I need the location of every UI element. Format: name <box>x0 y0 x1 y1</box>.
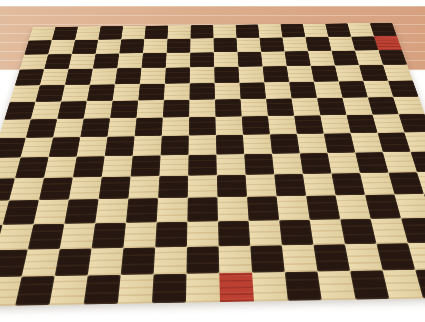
rug-square-cream <box>96 39 122 53</box>
rug-square-dark <box>155 222 187 248</box>
rug-square-dark <box>80 118 110 137</box>
rug-square-cream <box>162 117 189 136</box>
rug-square-dark <box>49 137 81 157</box>
rug-square-cream <box>272 153 303 174</box>
rug-square-cream <box>241 99 268 117</box>
rug-square-cream <box>215 116 242 135</box>
rug-square-red <box>374 36 402 50</box>
rug-square-cream <box>118 274 154 304</box>
rug-square-dark <box>165 68 190 84</box>
rug-square-dark <box>55 248 92 276</box>
rug-square-cream <box>69 177 102 200</box>
rug-square-dark <box>242 116 270 135</box>
rug-square-dark <box>189 83 215 100</box>
rug-square-cream <box>383 65 413 81</box>
rug-square-cream <box>282 37 308 51</box>
rug-square-dark <box>131 156 161 177</box>
rug-square-dark <box>313 244 350 271</box>
rug-square-cream <box>292 98 321 116</box>
rug-square-cream <box>157 198 188 222</box>
rug-square-cream <box>44 157 77 178</box>
rug-square-cream <box>102 156 133 177</box>
rug-square-cream <box>90 69 117 85</box>
rug-square-cream <box>186 273 220 303</box>
rug-square-dark <box>87 84 115 101</box>
rug-square-dark <box>84 275 121 305</box>
rug-square-cream <box>217 197 248 221</box>
rug-square-cream <box>84 101 113 119</box>
rug-square-dark <box>99 177 131 200</box>
rug-square-dark <box>214 67 239 83</box>
rug-square-dark <box>218 221 250 247</box>
rug-square-cream <box>303 174 336 196</box>
rug-square-cream <box>277 196 310 220</box>
rug-square-cream <box>166 53 191 68</box>
rug-square-cream <box>282 245 318 272</box>
rug-square-cream <box>49 275 87 305</box>
rug-square-dark <box>105 136 135 156</box>
rug-square-cream <box>216 154 245 175</box>
rug-square-cream <box>77 137 108 157</box>
rug-square-dark <box>274 174 306 196</box>
rug-square-dark <box>115 68 142 84</box>
rug-square-red <box>219 273 254 302</box>
rug-square-cream <box>107 118 136 137</box>
rug-square-dark <box>306 196 340 220</box>
rug-square-cream <box>117 53 143 68</box>
rug-square-cream <box>261 52 287 67</box>
rug-square-dark <box>300 153 332 174</box>
rug-square-cream <box>189 135 217 155</box>
rug-square-cream <box>48 40 75 54</box>
rug-square-dark <box>28 224 65 250</box>
rug-square-cream <box>287 66 314 82</box>
rug-square-cream <box>53 119 84 138</box>
rug-square-dark <box>280 24 305 38</box>
rug-square-dark <box>64 199 98 223</box>
rug-square-cream <box>308 51 335 66</box>
rug-square-dark <box>250 245 284 272</box>
rug-square-dark <box>72 40 98 54</box>
rug-square-cream <box>264 82 291 99</box>
rug-square-dark <box>167 39 191 53</box>
rug-square-cream <box>159 155 188 176</box>
rug-square-dark <box>152 274 187 304</box>
rug-square-dark <box>188 155 217 176</box>
rug-square-cream <box>143 39 167 53</box>
rug-square-dark <box>190 52 214 67</box>
rug-square-cream <box>243 134 272 154</box>
rug-square-cream <box>188 175 218 198</box>
rug-square-cream <box>123 222 156 248</box>
rug-square-cream <box>219 246 252 273</box>
rug-square-cream <box>297 134 328 154</box>
rug-square-dark <box>279 220 313 246</box>
rug-board-grid <box>0 23 425 307</box>
rug-square-dark <box>311 66 339 82</box>
rug-square-cream <box>314 81 343 98</box>
rug-square-dark <box>93 54 119 69</box>
rug-square-dark <box>163 100 190 118</box>
rug-square-cream <box>214 52 239 67</box>
rug-square-cream <box>190 67 215 83</box>
rug-square-dark <box>138 84 165 101</box>
rug-square-dark <box>187 198 218 222</box>
rug-square-dark <box>266 98 294 116</box>
rug-square-cream <box>140 68 166 84</box>
rug-square-dark <box>317 98 346 116</box>
product-photo <box>0 0 425 322</box>
rug-square-cream <box>68 54 95 69</box>
rug-square-cream <box>136 100 163 118</box>
rug-square-dark <box>237 52 262 67</box>
rug-square-dark <box>73 156 105 177</box>
rug-square-dark <box>98 26 123 40</box>
rug-square-dark <box>52 27 78 41</box>
rug-square-dark <box>289 82 317 99</box>
rug-square-cream <box>246 175 277 197</box>
rug-square-dark <box>285 271 322 300</box>
rug-square-dark <box>141 53 166 68</box>
rug-square-dark <box>110 100 138 118</box>
rug-square-dark <box>158 176 188 199</box>
rug-square-dark <box>260 38 285 52</box>
rug-square-cream <box>34 200 69 224</box>
rug-square-cream <box>252 272 288 301</box>
rug-square-dark <box>399 114 425 133</box>
rug-square-dark <box>190 25 213 39</box>
rug-square-cream <box>317 271 355 300</box>
rug-square-dark <box>370 23 397 37</box>
rug-square-dark <box>378 50 407 65</box>
rug-square-cream <box>40 69 69 85</box>
rug-square-cream <box>95 199 128 223</box>
rug-square-cream <box>310 219 345 245</box>
rug-square-dark <box>236 24 260 38</box>
rug-square-dark <box>285 51 311 66</box>
rug-square-cream <box>268 116 297 135</box>
rug-square-cream <box>238 67 264 83</box>
rug-square-dark <box>215 99 242 117</box>
rug-square-dark <box>92 223 126 249</box>
rug-square-cream <box>133 136 162 156</box>
rug-square-dark <box>239 82 266 99</box>
rug-square-dark <box>186 246 219 273</box>
rug-square-cream <box>213 25 236 39</box>
rug-square-dark <box>15 276 55 306</box>
rug-square-dark <box>263 66 289 82</box>
rug-square-dark <box>214 38 238 52</box>
rug-square-dark <box>44 54 72 69</box>
rug-square-cream <box>190 38 214 52</box>
rug-square-cream <box>88 248 124 276</box>
rug-square-cream <box>237 38 261 52</box>
rug-square-cream <box>395 194 425 218</box>
rug-square-cream <box>215 83 241 100</box>
rug-square-cream <box>61 85 90 102</box>
rug-square-dark <box>305 37 331 51</box>
rug-square-cream <box>128 176 159 199</box>
rug-square-cream <box>121 26 145 40</box>
rug-square-dark <box>247 197 279 221</box>
checkerboard-rug <box>0 23 425 307</box>
rug-square-cream <box>187 221 219 247</box>
rug-square-cream <box>164 83 190 100</box>
rug-square-cream <box>393 97 425 115</box>
rug-square-cream <box>258 24 282 38</box>
rug-square-dark <box>135 117 163 136</box>
rug-square-dark <box>189 117 216 136</box>
rug-square-cream <box>249 220 282 246</box>
rug-square-dark <box>57 101 87 119</box>
rug-square-cream <box>60 223 95 249</box>
rug-square-dark <box>161 136 189 156</box>
rug-square-dark <box>217 175 247 198</box>
rug-square-dark <box>244 154 274 175</box>
rug-square-cream <box>167 25 190 39</box>
rug-square-dark <box>126 198 158 222</box>
rug-square-dark <box>270 134 300 154</box>
rug-square-cream <box>303 24 328 38</box>
rug-square-cream <box>75 26 101 40</box>
rug-square-dark <box>216 135 244 155</box>
rug-square-dark <box>119 39 144 53</box>
rug-square-cream <box>154 247 187 275</box>
rug-square-cream <box>189 99 215 117</box>
rug-square-cream <box>22 249 60 277</box>
rug-square-dark <box>65 69 93 85</box>
rug-square-dark <box>294 115 324 134</box>
rug-square-dark <box>388 80 419 97</box>
rug-square-dark <box>39 178 73 201</box>
rug-square-cream <box>113 84 140 101</box>
rug-square-dark <box>121 247 155 275</box>
rug-square-dark <box>144 26 168 40</box>
